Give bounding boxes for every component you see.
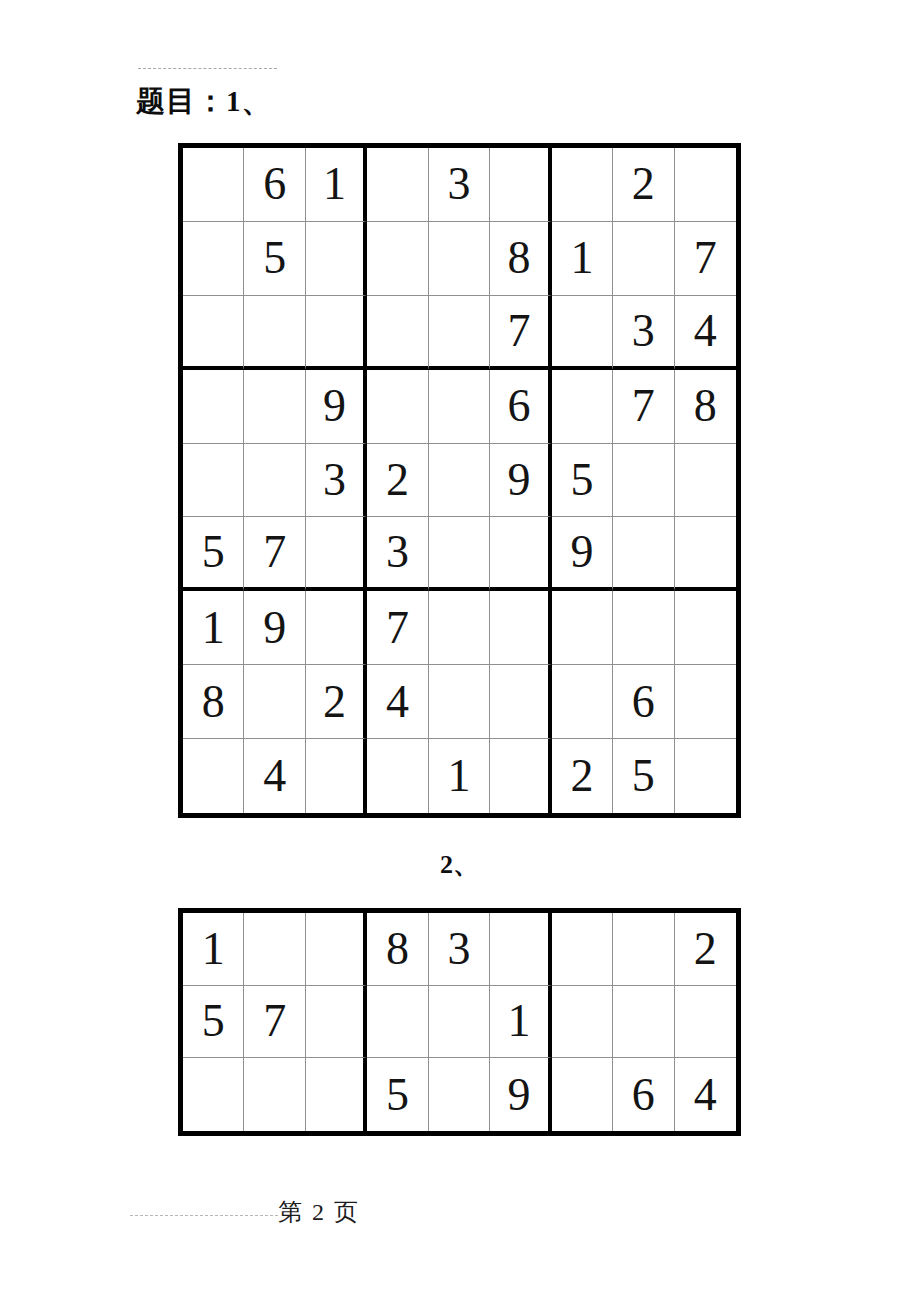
sudoku-cell-r6c5	[429, 517, 490, 591]
sudoku-cell-r1c9: 2	[675, 913, 736, 986]
sudoku-cell-r3c8: 6	[613, 1058, 674, 1131]
sudoku-cell-r3c9: 4	[675, 1058, 736, 1131]
sudoku-cell-r9c3	[306, 739, 367, 813]
sudoku-cell-r2c1: 5	[183, 986, 244, 1059]
sudoku-cell-r7c2: 9	[244, 591, 305, 665]
sudoku-cell-r1c1: 1	[183, 913, 244, 986]
sudoku-cell-r3c5	[429, 1058, 490, 1131]
sudoku-cell-r2c5	[429, 986, 490, 1059]
sudoku-cell-r7c1: 1	[183, 591, 244, 665]
sudoku-cell-r4c2	[244, 370, 305, 444]
sudoku-cell-r1c6	[490, 148, 551, 222]
sudoku-cell-r6c2: 7	[244, 517, 305, 591]
sudoku-cell-r7c9	[675, 591, 736, 665]
sudoku-cell-r7c4: 7	[367, 591, 428, 665]
sudoku-cell-r8c6	[490, 665, 551, 739]
sudoku-cell-r3c5	[429, 296, 490, 370]
header-dashed-line	[138, 68, 277, 69]
sudoku-cell-r5c8	[613, 444, 674, 518]
sudoku-cell-r9c2: 4	[244, 739, 305, 813]
puzzle-2-label: 2、	[440, 847, 479, 882]
sudoku-cell-r2c4	[367, 222, 428, 296]
sudoku-cell-r4c1	[183, 370, 244, 444]
sudoku-cell-r5c4: 2	[367, 444, 428, 518]
sudoku-cell-r2c5	[429, 222, 490, 296]
sudoku-cell-r9c9	[675, 739, 736, 813]
sudoku-cell-r2c8	[613, 222, 674, 296]
sudoku-cell-r7c5	[429, 591, 490, 665]
sudoku-cell-r3c9: 4	[675, 296, 736, 370]
sudoku-cell-r2c7	[552, 986, 613, 1059]
sudoku-cell-r9c1	[183, 739, 244, 813]
sudoku-cell-r5c5	[429, 444, 490, 518]
sudoku-cell-r5c7: 5	[552, 444, 613, 518]
sudoku-cell-r8c5	[429, 665, 490, 739]
sudoku-cell-r2c6: 8	[490, 222, 551, 296]
sudoku-cell-r1c3: 1	[306, 148, 367, 222]
sudoku-grid-2: 18325715964	[178, 908, 741, 1136]
sudoku-cell-r7c8	[613, 591, 674, 665]
sudoku-cell-r2c2: 7	[244, 986, 305, 1059]
sudoku-cell-r3c8: 3	[613, 296, 674, 370]
sudoku-cell-r3c2	[244, 296, 305, 370]
sudoku-cell-r3c7	[552, 1058, 613, 1131]
sudoku-cell-r6c4: 3	[367, 517, 428, 591]
sudoku-cell-r2c4	[367, 986, 428, 1059]
sudoku-cell-r4c8: 7	[613, 370, 674, 444]
sudoku-cell-r8c1: 8	[183, 665, 244, 739]
sudoku-cell-r9c7: 2	[552, 739, 613, 813]
sudoku-cell-r2c2: 5	[244, 222, 305, 296]
sudoku-cell-r1c5: 3	[429, 148, 490, 222]
sudoku-cell-r3c6: 7	[490, 296, 551, 370]
sudoku-cell-r4c6: 6	[490, 370, 551, 444]
sudoku-cell-r1c1	[183, 148, 244, 222]
sudoku-cell-r5c3: 3	[306, 444, 367, 518]
sudoku-cell-r8c9	[675, 665, 736, 739]
sudoku-cell-r3c6: 9	[490, 1058, 551, 1131]
sudoku-cell-r9c6	[490, 739, 551, 813]
sudoku-cell-r8c4: 4	[367, 665, 428, 739]
page-title: 题目：1、	[136, 82, 272, 122]
sudoku-cell-r4c9: 8	[675, 370, 736, 444]
sudoku-cell-r1c3	[306, 913, 367, 986]
sudoku-cell-r6c3	[306, 517, 367, 591]
sudoku-cell-r3c3	[306, 296, 367, 370]
sudoku-cell-r2c3	[306, 222, 367, 296]
sudoku-cell-r8c3: 2	[306, 665, 367, 739]
sudoku-cell-r2c6: 1	[490, 986, 551, 1059]
sudoku-cell-r5c6: 9	[490, 444, 551, 518]
sudoku-cell-r7c7	[552, 591, 613, 665]
sudoku-cell-r8c8: 6	[613, 665, 674, 739]
sudoku-cell-r7c6	[490, 591, 551, 665]
sudoku-cell-r6c9	[675, 517, 736, 591]
sudoku-cell-r6c6	[490, 517, 551, 591]
sudoku-cell-r2c8	[613, 986, 674, 1059]
sudoku-cell-r4c3: 9	[306, 370, 367, 444]
sudoku-cell-r1c7	[552, 148, 613, 222]
sudoku-cell-r1c2: 6	[244, 148, 305, 222]
sudoku-cell-r4c7	[552, 370, 613, 444]
sudoku-cell-r3c1	[183, 1058, 244, 1131]
sudoku-cell-r7c3	[306, 591, 367, 665]
sudoku-cell-r1c8: 2	[613, 148, 674, 222]
sudoku-cell-r2c7: 1	[552, 222, 613, 296]
sudoku-cell-r3c1	[183, 296, 244, 370]
sudoku-cell-r2c9: 7	[675, 222, 736, 296]
sudoku-grid-1: 6132581773496783295573919782464125	[178, 143, 741, 818]
sudoku-cell-r9c4	[367, 739, 428, 813]
sudoku-cell-r5c9	[675, 444, 736, 518]
sudoku-cell-r2c1	[183, 222, 244, 296]
sudoku-cell-r6c8	[613, 517, 674, 591]
sudoku-cell-r1c9	[675, 148, 736, 222]
sudoku-cell-r9c5: 1	[429, 739, 490, 813]
sudoku-cell-r1c7	[552, 913, 613, 986]
sudoku-cell-r1c2	[244, 913, 305, 986]
footer-dashed-line	[130, 1215, 278, 1216]
sudoku-cell-r6c7: 9	[552, 517, 613, 591]
sudoku-cell-r5c1	[183, 444, 244, 518]
page-number: 第 2 页	[278, 1196, 360, 1228]
sudoku-cell-r3c4: 5	[367, 1058, 428, 1131]
sudoku-cell-r3c2	[244, 1058, 305, 1131]
sudoku-cell-r9c8: 5	[613, 739, 674, 813]
sudoku-cell-r2c9	[675, 986, 736, 1059]
sudoku-cell-r1c6	[490, 913, 551, 986]
sudoku-cell-r2c3	[306, 986, 367, 1059]
sudoku-cell-r4c5	[429, 370, 490, 444]
sudoku-cell-r3c3	[306, 1058, 367, 1131]
sudoku-cell-r1c5: 3	[429, 913, 490, 986]
sudoku-cell-r8c2	[244, 665, 305, 739]
sudoku-cell-r1c4: 8	[367, 913, 428, 986]
sudoku-cell-r3c4	[367, 296, 428, 370]
sudoku-cell-r5c2	[244, 444, 305, 518]
sudoku-cell-r1c8	[613, 913, 674, 986]
sudoku-cell-r4c4	[367, 370, 428, 444]
sudoku-cell-r3c7	[552, 296, 613, 370]
sudoku-cell-r1c4	[367, 148, 428, 222]
sudoku-cell-r8c7	[552, 665, 613, 739]
sudoku-cell-r6c1: 5	[183, 517, 244, 591]
